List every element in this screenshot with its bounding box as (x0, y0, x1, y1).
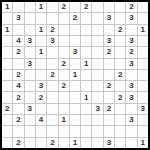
cell-r2c5[interactable] (47, 13, 57, 23)
minesweeper-puzzle: 1122232331122143333213223213221243223221… (0, 0, 150, 150)
cell-r9c9[interactable] (92, 92, 102, 102)
cell-r6c5[interactable] (47, 59, 57, 69)
cell-r5c6[interactable] (59, 47, 69, 57)
cell-r3c11-clue-2[interactable]: 2 (115, 25, 125, 35)
cell-r6c9[interactable] (92, 59, 102, 69)
cell-r5c1[interactable] (2, 47, 12, 57)
cell-r10c2[interactable] (13, 104, 23, 114)
cell-r10c7[interactable] (70, 104, 80, 114)
cell-r10c4[interactable] (36, 104, 46, 114)
cell-r10c8[interactable] (81, 104, 91, 114)
cell-r3c2[interactable] (13, 25, 23, 35)
cell-r2c13[interactable] (138, 13, 148, 23)
cell-r5c9[interactable] (92, 47, 102, 57)
cell-r3c13-clue-1[interactable]: 1 (138, 25, 148, 35)
cell-r7c6[interactable] (59, 70, 69, 80)
cell-r5c2-clue-2[interactable]: 2 (13, 47, 23, 57)
cell-r11c5[interactable] (47, 115, 57, 125)
cell-r5c4-clue-1[interactable]: 1 (36, 47, 46, 57)
cell-r10c6[interactable] (59, 104, 69, 114)
cell-r8c1[interactable] (2, 81, 12, 91)
cell-r2c11[interactable] (115, 13, 125, 23)
cell-r1c3[interactable] (25, 2, 35, 12)
cell-r11c13[interactable] (138, 115, 148, 125)
cell-r1c12-clue-2[interactable]: 2 (126, 2, 136, 12)
cell-r9c6[interactable] (59, 92, 69, 102)
cell-r7c2-clue-2[interactable]: 2 (13, 70, 23, 80)
cell-r1c9[interactable] (92, 2, 102, 12)
cell-r1c6-clue-2[interactable]: 2 (59, 2, 69, 12)
cell-r4c10-clue-3[interactable]: 3 (104, 36, 114, 46)
cell-r11c1[interactable] (2, 115, 12, 125)
cell-r1c2[interactable] (13, 2, 23, 12)
cell-r9c7[interactable] (70, 92, 80, 102)
cell-r12c13[interactable] (138, 126, 148, 136)
cell-r8c6-clue-2[interactable]: 2 (59, 81, 69, 91)
cell-r12c10[interactable] (104, 126, 114, 136)
cell-r13c12[interactable] (126, 138, 136, 148)
cell-r4c11[interactable] (115, 36, 125, 46)
cell-r2c4[interactable] (36, 13, 46, 23)
cell-r6c4[interactable] (36, 59, 46, 69)
puzzle-board: 1122232331122143333213223213221243223221… (0, 0, 150, 150)
cell-r4c8[interactable] (81, 36, 91, 46)
cell-r7c12[interactable] (126, 70, 136, 80)
cell-r6c7[interactable] (70, 59, 80, 69)
cell-r2c6[interactable] (59, 13, 69, 23)
cell-r5c7-clue-3[interactable]: 3 (70, 47, 80, 57)
cell-r8c3[interactable] (25, 81, 35, 91)
cell-r6c1[interactable] (2, 59, 12, 69)
cell-r1c7[interactable] (70, 2, 80, 12)
cell-r11c6-clue-1[interactable]: 1 (59, 115, 69, 125)
cell-r11c12-clue-3[interactable]: 3 (126, 115, 136, 125)
cell-r11c7[interactable] (70, 115, 80, 125)
cell-r6c11[interactable] (115, 59, 125, 69)
cell-r5c13[interactable] (138, 47, 148, 57)
cell-r3c1-clue-1[interactable]: 1 (2, 25, 12, 35)
cell-r10c13-clue-3[interactable]: 3 (138, 104, 148, 114)
cell-r3c10[interactable] (104, 25, 114, 35)
cell-r4c13[interactable] (138, 36, 148, 46)
cell-r6c10[interactable] (104, 59, 114, 69)
cell-r12c5[interactable] (47, 126, 57, 136)
cell-r2c1[interactable] (2, 13, 12, 23)
cell-r6c13[interactable] (138, 59, 148, 69)
cell-r13c6[interactable] (59, 138, 69, 148)
cell-r9c5[interactable] (47, 92, 57, 102)
cell-r8c9[interactable] (92, 81, 102, 91)
cell-r3c5-clue-2[interactable]: 2 (47, 25, 57, 35)
cell-r7c8[interactable] (81, 70, 91, 80)
cell-r2c7-clue-2[interactable]: 2 (70, 13, 80, 23)
cell-r13c7-clue-1[interactable]: 1 (70, 138, 80, 148)
cell-r12c6[interactable] (59, 126, 69, 136)
cell-r4c12-clue-3[interactable]: 3 (126, 36, 136, 46)
cell-r12c9[interactable] (92, 126, 102, 136)
cell-r5c3[interactable] (25, 47, 35, 57)
cell-r11c10[interactable] (104, 115, 114, 125)
cell-r3c7[interactable] (70, 25, 80, 35)
cell-r4c6[interactable] (59, 36, 69, 46)
cell-r8c4-clue-3[interactable]: 3 (36, 81, 46, 91)
cell-r9c12-clue-3[interactable]: 3 (126, 92, 136, 102)
cell-r4c1[interactable] (2, 36, 12, 46)
cell-r12c1[interactable] (2, 126, 12, 136)
cell-r8c2-clue-4[interactable]: 4 (13, 81, 23, 91)
cell-r9c11-clue-2[interactable]: 2 (115, 92, 125, 102)
cell-r4c4[interactable] (36, 36, 46, 46)
cell-r4c9[interactable] (92, 36, 102, 46)
cell-r12c11[interactable] (115, 126, 125, 136)
cell-r2c2-clue-3[interactable]: 3 (13, 13, 23, 23)
cell-r12c4[interactable] (36, 126, 46, 136)
cell-r9c8-clue-1[interactable]: 1 (81, 92, 91, 102)
cell-r1c10[interactable] (104, 2, 114, 12)
cell-r2c8[interactable] (81, 13, 91, 23)
cell-r3c6[interactable] (59, 25, 69, 35)
cell-r1c13[interactable] (138, 2, 148, 12)
cell-r5c11[interactable] (115, 47, 125, 57)
cell-r11c8[interactable] (81, 115, 91, 125)
cell-r3c9[interactable] (92, 25, 102, 35)
cell-r2c12-clue-3[interactable]: 3 (126, 13, 136, 23)
cell-r6c3-clue-3[interactable]: 3 (25, 59, 35, 69)
cell-r8c12-clue-3[interactable]: 3 (126, 81, 136, 91)
cell-r8c10-clue-2[interactable]: 2 (104, 81, 114, 91)
cell-r9c13[interactable] (138, 92, 148, 102)
cell-r8c11[interactable] (115, 81, 125, 91)
cell-r10c9-clue-3[interactable]: 3 (92, 104, 102, 114)
cell-r11c4-clue-4[interactable]: 4 (36, 115, 46, 125)
cell-r10c1-clue-2[interactable]: 2 (2, 104, 12, 114)
cell-r13c5-clue-2[interactable]: 2 (47, 138, 57, 148)
cell-r10c3-clue-3[interactable]: 3 (25, 104, 35, 114)
cell-r1c8-clue-2[interactable]: 2 (81, 2, 91, 12)
cell-r6c2[interactable] (13, 59, 23, 69)
cell-r9c2-clue-2[interactable]: 2 (13, 92, 23, 102)
cell-r11c9[interactable] (92, 115, 102, 125)
cell-r6c8-clue-1[interactable]: 1 (81, 59, 91, 69)
cell-r13c2-clue-2[interactable]: 2 (13, 138, 23, 148)
cell-r3c12[interactable] (126, 25, 136, 35)
cell-r4c3-clue-3[interactable]: 3 (25, 36, 35, 46)
cell-r13c1[interactable] (2, 138, 12, 148)
cell-r10c12[interactable] (126, 104, 136, 114)
cell-r7c3[interactable] (25, 70, 35, 80)
cell-r11c2-clue-2[interactable]: 2 (13, 115, 23, 125)
cell-r13c4[interactable] (36, 138, 46, 148)
cell-r7c1[interactable] (2, 70, 12, 80)
cell-r6c12-clue-3[interactable]: 3 (126, 59, 136, 69)
cell-r10c10-clue-2[interactable]: 2 (104, 104, 114, 114)
cell-r13c11[interactable] (115, 138, 125, 148)
cell-r13c3[interactable] (25, 138, 35, 148)
cell-r10c5[interactable] (47, 104, 57, 114)
cell-r1c11[interactable] (115, 2, 125, 12)
cell-r7c7-clue-1[interactable]: 1 (70, 70, 80, 80)
cell-r8c7[interactable] (70, 81, 80, 91)
cell-r4c7[interactable] (70, 36, 80, 46)
cell-r1c4-clue-1[interactable]: 1 (36, 2, 46, 12)
cell-r11c3[interactable] (25, 115, 35, 125)
cell-r7c10[interactable] (104, 70, 114, 80)
cell-r13c13-clue-1[interactable]: 1 (138, 138, 148, 148)
cell-r9c4-clue-2[interactable]: 2 (36, 92, 46, 102)
cell-r1c5[interactable] (47, 2, 57, 12)
cell-r10c11[interactable] (115, 104, 125, 114)
cell-r12c3[interactable] (25, 126, 35, 136)
cell-r7c5-clue-2[interactable]: 2 (47, 70, 57, 80)
cell-r3c3[interactable] (25, 25, 35, 35)
cell-r12c2[interactable] (13, 126, 23, 136)
cell-r8c5[interactable] (47, 81, 57, 91)
cell-r11c11[interactable] (115, 115, 125, 125)
cell-r5c10-clue-2[interactable]: 2 (104, 47, 114, 57)
cell-r7c11-clue-2[interactable]: 2 (115, 70, 125, 80)
cell-r9c10[interactable] (104, 92, 114, 102)
cell-r3c4-clue-1[interactable]: 1 (36, 25, 46, 35)
cell-r2c3[interactable] (25, 13, 35, 23)
cell-r4c2-clue-4[interactable]: 4 (13, 36, 23, 46)
cell-r9c1[interactable] (2, 92, 12, 102)
cell-r13c9[interactable] (92, 138, 102, 148)
cell-r8c13[interactable] (138, 81, 148, 91)
cell-r9c3[interactable] (25, 92, 35, 102)
cell-r7c4[interactable] (36, 70, 46, 80)
cell-r5c12-clue-2[interactable]: 2 (126, 47, 136, 57)
cell-r2c9[interactable] (92, 13, 102, 23)
cell-r7c13[interactable] (138, 70, 148, 80)
cell-r8c8[interactable] (81, 81, 91, 91)
cell-r6c6-clue-2[interactable]: 2 (59, 59, 69, 69)
cell-r13c8[interactable] (81, 138, 91, 148)
cell-r5c5[interactable] (47, 47, 57, 57)
cell-r5c8[interactable] (81, 47, 91, 57)
cell-r1c1-clue-1[interactable]: 1 (2, 2, 12, 12)
cell-r12c7[interactable] (70, 126, 80, 136)
cell-r13c10-clue-3[interactable]: 3 (104, 138, 114, 148)
cell-r7c9[interactable] (92, 70, 102, 80)
cell-r12c8[interactable] (81, 126, 91, 136)
cell-r3c8[interactable] (81, 25, 91, 35)
cell-r4c5-clue-3[interactable]: 3 (47, 36, 57, 46)
cell-r12c12[interactable] (126, 126, 136, 136)
cell-r2c10-clue-3[interactable]: 3 (104, 13, 114, 23)
